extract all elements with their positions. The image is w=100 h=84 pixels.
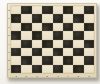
chessboard: 87654321 abcdefgh (7, 3, 97, 78)
square-b2[interactable] (21, 56, 31, 64)
square-f8[interactable] (63, 6, 73, 14)
square-c3[interactable] (32, 48, 42, 56)
square-b6[interactable] (21, 23, 31, 31)
rank-label-1: 1 (8, 67, 10, 71)
rank-label-2: 2 (8, 59, 10, 63)
file-label-d: d (45, 74, 49, 76)
file-label-b: b (24, 74, 28, 76)
square-b1[interactable] (21, 65, 31, 73)
rank-label-3: 3 (8, 50, 10, 54)
square-e4[interactable] (53, 40, 63, 48)
square-c7[interactable] (32, 14, 42, 22)
square-g7[interactable] (73, 14, 83, 22)
product-photo-background: 87654321 abcdefgh (0, 0, 100, 84)
square-a6[interactable] (11, 23, 21, 31)
file-label-a: a (14, 74, 18, 76)
square-a5[interactable] (11, 31, 21, 39)
rank-label-5: 5 (8, 34, 10, 38)
square-h4[interactable] (84, 40, 94, 48)
square-f1[interactable] (63, 65, 73, 73)
square-d8[interactable] (42, 6, 52, 14)
square-b4[interactable] (21, 40, 31, 48)
file-label-c: c (35, 74, 39, 76)
square-f3[interactable] (63, 48, 73, 56)
square-e7[interactable] (53, 14, 63, 22)
board-grid (11, 6, 94, 73)
square-g2[interactable] (73, 56, 83, 64)
rank-label-6: 6 (8, 25, 10, 29)
rank-label-8: 8 (8, 8, 10, 12)
square-d7[interactable] (42, 14, 52, 22)
file-label-h: h (87, 74, 91, 76)
square-b7[interactable] (21, 14, 31, 22)
file-label-f: f (66, 74, 70, 76)
square-d6[interactable] (42, 23, 52, 31)
square-e2[interactable] (53, 56, 63, 64)
square-f6[interactable] (63, 23, 73, 31)
square-e5[interactable] (53, 31, 63, 39)
square-g8[interactable] (73, 6, 83, 14)
file-labels: abcdefgh (11, 73, 94, 78)
square-h2[interactable] (84, 56, 94, 64)
square-b8[interactable] (21, 6, 31, 14)
square-e1[interactable] (53, 65, 63, 73)
square-a7[interactable] (11, 14, 21, 22)
file-label-e: e (56, 74, 60, 76)
square-e8[interactable] (53, 6, 63, 14)
square-h1[interactable] (84, 65, 94, 73)
square-d2[interactable] (42, 56, 52, 64)
square-d3[interactable] (42, 48, 52, 56)
square-f5[interactable] (63, 31, 73, 39)
square-g5[interactable] (73, 31, 83, 39)
square-h6[interactable] (84, 23, 94, 31)
rank-label-4: 4 (8, 42, 10, 46)
rank-label-7: 7 (8, 17, 10, 21)
square-g3[interactable] (73, 48, 83, 56)
square-c1[interactable] (32, 65, 42, 73)
square-f4[interactable] (63, 40, 73, 48)
square-d1[interactable] (42, 65, 52, 73)
square-a8[interactable] (11, 6, 21, 14)
square-d4[interactable] (42, 40, 52, 48)
square-b5[interactable] (21, 31, 31, 39)
square-e6[interactable] (53, 23, 63, 31)
square-g4[interactable] (73, 40, 83, 48)
square-g6[interactable] (73, 23, 83, 31)
square-b3[interactable] (21, 48, 31, 56)
square-d5[interactable] (42, 31, 52, 39)
square-h3[interactable] (84, 48, 94, 56)
file-label-g: g (76, 74, 80, 76)
square-e3[interactable] (53, 48, 63, 56)
square-a4[interactable] (11, 40, 21, 48)
square-g1[interactable] (73, 65, 83, 73)
square-a1[interactable] (11, 65, 21, 73)
square-c6[interactable] (32, 23, 42, 31)
square-f7[interactable] (63, 14, 73, 22)
square-c2[interactable] (32, 56, 42, 64)
square-c4[interactable] (32, 40, 42, 48)
square-h5[interactable] (84, 31, 94, 39)
square-f2[interactable] (63, 56, 73, 64)
square-a2[interactable] (11, 56, 21, 64)
square-a3[interactable] (11, 48, 21, 56)
square-c5[interactable] (32, 31, 42, 39)
square-h8[interactable] (84, 6, 94, 14)
square-c8[interactable] (32, 6, 42, 14)
square-h7[interactable] (84, 14, 94, 22)
